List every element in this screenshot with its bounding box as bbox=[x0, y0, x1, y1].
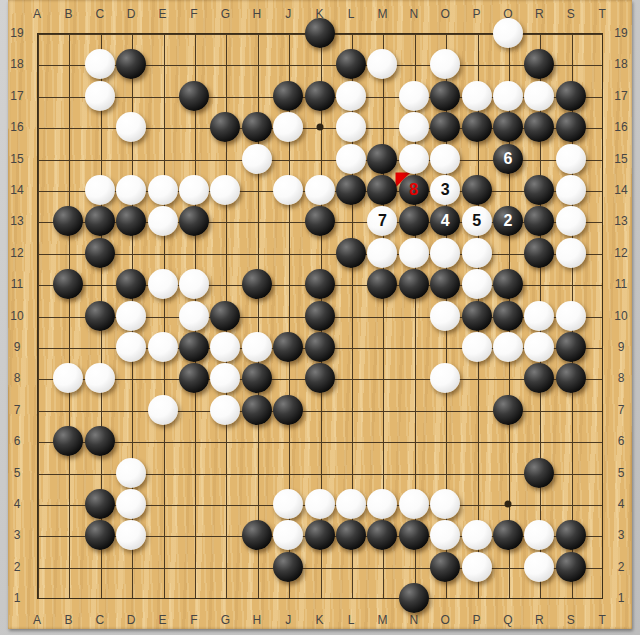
row-label-8-right: 8 bbox=[618, 371, 625, 385]
row-label-7-right: 7 bbox=[618, 403, 625, 417]
white-stone-L16[interactable] bbox=[336, 112, 366, 142]
white-stone-E9[interactable] bbox=[148, 332, 178, 362]
black-stone-P14[interactable] bbox=[462, 175, 492, 205]
col-label-O-top: O bbox=[441, 7, 450, 21]
star-point-Q4 bbox=[505, 501, 512, 508]
black-stone-C6[interactable] bbox=[85, 426, 115, 456]
black-stone-K3[interactable] bbox=[305, 520, 335, 550]
col-label-H-top: H bbox=[252, 7, 261, 21]
black-stone-M14[interactable] bbox=[367, 175, 397, 205]
black-stone-S9[interactable] bbox=[556, 332, 586, 362]
col-label-B-top: B bbox=[64, 7, 72, 21]
white-stone-O15[interactable] bbox=[430, 144, 460, 174]
star-point-K16 bbox=[316, 124, 323, 131]
black-stone-R12[interactable] bbox=[524, 238, 554, 268]
white-stone-E13[interactable] bbox=[148, 206, 178, 236]
white-stone-D4[interactable] bbox=[116, 489, 146, 519]
row-label-12-left: 12 bbox=[10, 246, 23, 260]
white-stone-D5[interactable] bbox=[116, 458, 146, 488]
row-label-17-left: 17 bbox=[10, 89, 23, 103]
black-stone-O17[interactable] bbox=[430, 81, 460, 111]
white-stone-L15[interactable] bbox=[336, 144, 366, 174]
black-stone-H16[interactable] bbox=[242, 112, 272, 142]
row-label-1-right: 1 bbox=[618, 591, 625, 605]
col-label-F-bottom: F bbox=[190, 613, 197, 627]
black-stone-D13[interactable] bbox=[116, 206, 146, 236]
move-number-4: 4 bbox=[441, 213, 450, 229]
col-label-M-top: M bbox=[377, 7, 387, 21]
col-label-B-bottom: B bbox=[64, 613, 72, 627]
black-stone-B11[interactable] bbox=[53, 269, 83, 299]
white-stone-M13[interactable]: 7 bbox=[367, 206, 397, 236]
row-label-2-left: 2 bbox=[14, 560, 21, 574]
white-stone-F11[interactable] bbox=[179, 269, 209, 299]
row-label-5-right: 5 bbox=[618, 466, 625, 480]
white-stone-Q17[interactable] bbox=[493, 81, 523, 111]
white-stone-J14[interactable] bbox=[273, 175, 303, 205]
white-stone-N15[interactable] bbox=[399, 144, 429, 174]
col-label-P-bottom: P bbox=[473, 613, 481, 627]
white-stone-D10[interactable] bbox=[116, 301, 146, 331]
black-stone-B13[interactable] bbox=[53, 206, 83, 236]
white-stone-N17[interactable] bbox=[399, 81, 429, 111]
white-stone-S15[interactable] bbox=[556, 144, 586, 174]
black-stone-F17[interactable] bbox=[179, 81, 209, 111]
black-stone-K8[interactable] bbox=[305, 363, 335, 393]
black-stone-M15[interactable] bbox=[367, 144, 397, 174]
black-stone-R5[interactable] bbox=[524, 458, 554, 488]
white-stone-D14[interactable] bbox=[116, 175, 146, 205]
col-label-E-top: E bbox=[159, 7, 167, 21]
black-stone-R14[interactable] bbox=[524, 175, 554, 205]
white-stone-G9[interactable] bbox=[210, 332, 240, 362]
black-stone-K11[interactable] bbox=[305, 269, 335, 299]
col-label-O-bottom: O bbox=[441, 613, 450, 627]
white-stone-P2[interactable] bbox=[462, 552, 492, 582]
black-stone-D11[interactable] bbox=[116, 269, 146, 299]
white-stone-R2[interactable] bbox=[524, 552, 554, 582]
black-stone-M3[interactable] bbox=[367, 520, 397, 550]
move-number-2: 2 bbox=[504, 213, 513, 229]
col-label-D-top: D bbox=[127, 7, 136, 21]
white-stone-O8[interactable] bbox=[430, 363, 460, 393]
row-label-16-right: 16 bbox=[614, 120, 627, 134]
white-stone-L17[interactable] bbox=[336, 81, 366, 111]
col-label-T-bottom: T bbox=[599, 613, 606, 627]
white-stone-O12[interactable] bbox=[430, 238, 460, 268]
col-label-G-bottom: G bbox=[221, 613, 230, 627]
white-stone-G8[interactable] bbox=[210, 363, 240, 393]
black-stone-K9[interactable] bbox=[305, 332, 335, 362]
white-stone-O18[interactable] bbox=[430, 49, 460, 79]
black-stone-N11[interactable] bbox=[399, 269, 429, 299]
goban-wood-panel: AABBCCDDEEFFGGHHJJKKLLMMNNOOPPQQRRSSTT19… bbox=[8, 0, 632, 629]
black-stone-Q7[interactable] bbox=[493, 395, 523, 425]
white-stone-N16[interactable] bbox=[399, 112, 429, 142]
row-label-15-left: 15 bbox=[10, 152, 23, 166]
row-label-19-left: 19 bbox=[10, 26, 23, 40]
black-stone-L14[interactable] bbox=[336, 175, 366, 205]
col-label-P-top: P bbox=[473, 7, 481, 21]
row-label-10-left: 10 bbox=[10, 309, 23, 323]
black-stone-L3[interactable] bbox=[336, 520, 366, 550]
col-label-A-bottom: A bbox=[33, 613, 41, 627]
col-label-A-top: A bbox=[33, 7, 41, 21]
row-label-18-right: 18 bbox=[614, 57, 627, 71]
white-stone-O14[interactable]: 3 bbox=[430, 175, 460, 205]
black-stone-R8[interactable] bbox=[524, 363, 554, 393]
black-stone-C10[interactable] bbox=[85, 301, 115, 331]
black-stone-B6[interactable] bbox=[53, 426, 83, 456]
black-stone-G16[interactable] bbox=[210, 112, 240, 142]
col-label-N-bottom: N bbox=[409, 613, 418, 627]
white-stone-O3[interactable] bbox=[430, 520, 460, 550]
black-stone-J9[interactable] bbox=[273, 332, 303, 362]
white-stone-P17[interactable] bbox=[462, 81, 492, 111]
black-stone-F9[interactable] bbox=[179, 332, 209, 362]
black-stone-S17[interactable] bbox=[556, 81, 586, 111]
white-stone-M4[interactable] bbox=[367, 489, 397, 519]
row-label-6-left: 6 bbox=[14, 434, 21, 448]
black-stone-D18[interactable] bbox=[116, 49, 146, 79]
black-stone-F8[interactable] bbox=[179, 363, 209, 393]
black-stone-Q3[interactable] bbox=[493, 520, 523, 550]
row-label-16-left: 16 bbox=[10, 120, 23, 134]
go-board-screenshot: { "game": "go", "board": { "size": 19, "… bbox=[0, 0, 640, 635]
white-stone-C14[interactable] bbox=[85, 175, 115, 205]
white-stone-P11[interactable] bbox=[462, 269, 492, 299]
black-stone-C4[interactable] bbox=[85, 489, 115, 519]
white-stone-O10[interactable] bbox=[430, 301, 460, 331]
black-stone-Q15[interactable]: 6 bbox=[493, 144, 523, 174]
black-stone-H7[interactable] bbox=[242, 395, 272, 425]
black-stone-H11[interactable] bbox=[242, 269, 272, 299]
white-stone-S14[interactable] bbox=[556, 175, 586, 205]
black-stone-Q11[interactable] bbox=[493, 269, 523, 299]
row-label-5-left: 5 bbox=[14, 466, 21, 480]
row-label-14-right: 14 bbox=[614, 183, 627, 197]
row-label-15-right: 15 bbox=[614, 152, 627, 166]
move-number-7: 7 bbox=[378, 213, 387, 229]
col-label-Q-bottom: Q bbox=[503, 613, 512, 627]
black-stone-S3[interactable] bbox=[556, 520, 586, 550]
black-stone-S8[interactable] bbox=[556, 363, 586, 393]
white-stone-H15[interactable] bbox=[242, 144, 272, 174]
row-label-13-right: 13 bbox=[614, 214, 627, 228]
col-label-N-top: N bbox=[409, 7, 418, 21]
black-stone-G10[interactable] bbox=[210, 301, 240, 331]
col-label-C-top: C bbox=[95, 7, 104, 21]
white-stone-R17[interactable] bbox=[524, 81, 554, 111]
col-label-R-bottom: R bbox=[535, 613, 544, 627]
black-stone-H8[interactable] bbox=[242, 363, 272, 393]
white-stone-P3[interactable] bbox=[462, 520, 492, 550]
white-stone-F10[interactable] bbox=[179, 301, 209, 331]
move-number-3: 3 bbox=[441, 182, 450, 198]
col-label-J-top: J bbox=[285, 7, 291, 21]
black-stone-K19[interactable] bbox=[305, 18, 335, 48]
white-stone-E14[interactable] bbox=[148, 175, 178, 205]
white-stone-G7[interactable] bbox=[210, 395, 240, 425]
white-stone-J3[interactable] bbox=[273, 520, 303, 550]
white-stone-J4[interactable] bbox=[273, 489, 303, 519]
row-label-17-right: 17 bbox=[614, 89, 627, 103]
black-stone-N14[interactable]: 8 bbox=[399, 175, 429, 205]
white-stone-E7[interactable] bbox=[148, 395, 178, 425]
move-number-8: 8 bbox=[409, 182, 418, 198]
black-stone-P16[interactable] bbox=[462, 112, 492, 142]
black-stone-Q13[interactable]: 2 bbox=[493, 206, 523, 236]
white-stone-J16[interactable] bbox=[273, 112, 303, 142]
black-stone-J7[interactable] bbox=[273, 395, 303, 425]
row-label-6-right: 6 bbox=[618, 434, 625, 448]
black-stone-N13[interactable] bbox=[399, 206, 429, 236]
white-stone-Q19[interactable] bbox=[493, 18, 523, 48]
white-stone-S13[interactable] bbox=[556, 206, 586, 236]
black-stone-P10[interactable] bbox=[462, 301, 492, 331]
row-label-11-right: 11 bbox=[615, 277, 627, 291]
white-stone-R3[interactable] bbox=[524, 520, 554, 550]
black-stone-C12[interactable] bbox=[85, 238, 115, 268]
col-label-S-top: S bbox=[567, 7, 575, 21]
row-label-10-right: 10 bbox=[614, 309, 627, 323]
white-stone-O4[interactable] bbox=[430, 489, 460, 519]
black-stone-M11[interactable] bbox=[367, 269, 397, 299]
black-stone-Q10[interactable] bbox=[493, 301, 523, 331]
white-stone-R10[interactable] bbox=[524, 301, 554, 331]
col-label-G-top: G bbox=[221, 7, 230, 21]
black-stone-K10[interactable] bbox=[305, 301, 335, 331]
row-label-14-left: 14 bbox=[10, 183, 23, 197]
white-stone-F14[interactable] bbox=[179, 175, 209, 205]
black-stone-F13[interactable] bbox=[179, 206, 209, 236]
white-stone-M12[interactable] bbox=[367, 238, 397, 268]
col-label-C-bottom: C bbox=[95, 613, 104, 627]
col-label-D-bottom: D bbox=[127, 613, 136, 627]
white-stone-S12[interactable] bbox=[556, 238, 586, 268]
white-stone-M18[interactable] bbox=[367, 49, 397, 79]
row-label-2-right: 2 bbox=[618, 560, 625, 574]
black-stone-O13[interactable]: 4 bbox=[430, 206, 460, 236]
black-stone-N3[interactable] bbox=[399, 520, 429, 550]
white-stone-H9[interactable] bbox=[242, 332, 272, 362]
white-stone-C17[interactable] bbox=[85, 81, 115, 111]
row-label-8-left: 8 bbox=[14, 371, 21, 385]
black-stone-K13[interactable] bbox=[305, 206, 335, 236]
black-stone-C3[interactable] bbox=[85, 520, 115, 550]
white-stone-C8[interactable] bbox=[85, 363, 115, 393]
black-stone-J2[interactable] bbox=[273, 552, 303, 582]
row-label-4-left: 4 bbox=[14, 497, 21, 511]
black-stone-O11[interactable] bbox=[430, 269, 460, 299]
black-stone-S2[interactable] bbox=[556, 552, 586, 582]
white-stone-N12[interactable] bbox=[399, 238, 429, 268]
row-label-19-right: 19 bbox=[614, 26, 627, 40]
black-stone-R13[interactable] bbox=[524, 206, 554, 236]
move-number-6: 6 bbox=[504, 151, 513, 167]
white-stone-K14[interactable] bbox=[305, 175, 335, 205]
col-label-L-top: L bbox=[348, 7, 355, 21]
col-label-R-top: R bbox=[535, 7, 544, 21]
black-stone-S16[interactable] bbox=[556, 112, 586, 142]
row-label-13-left: 13 bbox=[10, 214, 23, 228]
row-label-9-right: 9 bbox=[618, 340, 625, 354]
col-label-S-bottom: S bbox=[567, 613, 575, 627]
black-stone-C13[interactable] bbox=[85, 206, 115, 236]
white-stone-N4[interactable] bbox=[399, 489, 429, 519]
row-label-3-left: 3 bbox=[14, 528, 21, 542]
black-stone-O16[interactable] bbox=[430, 112, 460, 142]
row-label-7-left: 7 bbox=[14, 403, 21, 417]
black-stone-R16[interactable] bbox=[524, 112, 554, 142]
row-label-3-right: 3 bbox=[618, 528, 625, 542]
black-stone-L18[interactable] bbox=[336, 49, 366, 79]
white-stone-E11[interactable] bbox=[148, 269, 178, 299]
move-number-5: 5 bbox=[472, 213, 481, 229]
white-stone-K4[interactable] bbox=[305, 489, 335, 519]
col-label-K-bottom: K bbox=[316, 613, 324, 627]
white-stone-D16[interactable] bbox=[116, 112, 146, 142]
col-label-L-bottom: L bbox=[348, 613, 355, 627]
col-label-F-top: F bbox=[190, 7, 197, 21]
row-label-11-left: 11 bbox=[11, 277, 23, 291]
row-label-9-left: 9 bbox=[14, 340, 21, 354]
row-label-12-right: 12 bbox=[614, 246, 627, 260]
black-stone-K17[interactable] bbox=[305, 81, 335, 111]
white-stone-B8[interactable] bbox=[53, 363, 83, 393]
row-label-18-left: 18 bbox=[10, 57, 23, 71]
row-label-1-left: 1 bbox=[14, 591, 21, 605]
black-stone-H3[interactable] bbox=[242, 520, 272, 550]
black-stone-N1[interactable] bbox=[399, 583, 429, 613]
col-label-E-bottom: E bbox=[159, 613, 167, 627]
white-stone-P12[interactable] bbox=[462, 238, 492, 268]
col-label-J-bottom: J bbox=[285, 613, 291, 627]
row-label-4-right: 4 bbox=[618, 497, 625, 511]
white-stone-P9[interactable] bbox=[462, 332, 492, 362]
white-stone-S10[interactable] bbox=[556, 301, 586, 331]
black-stone-O2[interactable] bbox=[430, 552, 460, 582]
window-frame: AABBCCDDEEFFGGHHJJKKLLMMNNOOPPQQRRSSTT19… bbox=[0, 0, 640, 635]
white-stone-R9[interactable] bbox=[524, 332, 554, 362]
white-stone-P13[interactable]: 5 bbox=[462, 206, 492, 236]
black-stone-J17[interactable] bbox=[273, 81, 303, 111]
white-stone-G14[interactable] bbox=[210, 175, 240, 205]
white-stone-Q9[interactable] bbox=[493, 332, 523, 362]
white-stone-C18[interactable] bbox=[85, 49, 115, 79]
col-label-H-bottom: H bbox=[252, 613, 261, 627]
col-label-T-top: T bbox=[599, 7, 606, 21]
black-stone-R18[interactable] bbox=[524, 49, 554, 79]
black-stone-Q16[interactable] bbox=[493, 112, 523, 142]
white-stone-D3[interactable] bbox=[116, 520, 146, 550]
white-stone-D9[interactable] bbox=[116, 332, 146, 362]
black-stone-L12[interactable] bbox=[336, 238, 366, 268]
white-stone-L4[interactable] bbox=[336, 489, 366, 519]
col-label-M-bottom: M bbox=[377, 613, 387, 627]
